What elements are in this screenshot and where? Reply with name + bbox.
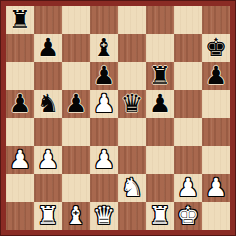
square-d1[interactable]: ♛ <box>90 202 118 230</box>
square-g3[interactable] <box>174 146 202 174</box>
square-c3[interactable] <box>62 146 90 174</box>
square-b2[interactable] <box>34 174 62 202</box>
square-e4[interactable] <box>118 118 146 146</box>
square-g1[interactable]: ♚ <box>174 202 202 230</box>
square-h5[interactable] <box>202 90 230 118</box>
square-c7[interactable] <box>62 34 90 62</box>
square-d5[interactable]: ♟ <box>90 90 118 118</box>
square-a7[interactable] <box>6 34 34 62</box>
square-f2[interactable] <box>146 174 174 202</box>
square-c2[interactable] <box>62 174 90 202</box>
square-d6[interactable]: ♟ <box>90 62 118 90</box>
square-b4[interactable] <box>34 118 62 146</box>
piece-black-pawn-a5[interactable]: ♟ <box>9 90 31 118</box>
square-c4[interactable] <box>62 118 90 146</box>
square-e5[interactable]: ♛ <box>118 90 146 118</box>
piece-white-pawn-b3[interactable]: ♟ <box>37 146 59 174</box>
square-a2[interactable] <box>6 174 34 202</box>
square-a5[interactable]: ♟ <box>6 90 34 118</box>
square-g5[interactable] <box>174 90 202 118</box>
square-f6[interactable]: ♜ <box>146 62 174 90</box>
piece-black-queen-e5[interactable]: ♛ <box>121 90 143 118</box>
piece-black-bishop-d7[interactable]: ♝ <box>93 34 115 62</box>
square-f8[interactable] <box>146 6 174 34</box>
square-d3[interactable]: ♟ <box>90 146 118 174</box>
piece-white-pawn-h2[interactable]: ♟ <box>205 174 227 202</box>
piece-black-pawn-d6[interactable]: ♟ <box>93 62 115 90</box>
piece-black-king-h7[interactable]: ♚ <box>205 34 227 62</box>
chess-board: ♜♟♝♚♟♜♟♟♞♟♟♛♟♟♟♟♞♟♟♜♝♛♜♚ <box>6 6 230 230</box>
piece-white-queen-d1[interactable]: ♛ <box>93 202 115 230</box>
piece-black-rook-f6[interactable]: ♜ <box>149 62 171 90</box>
piece-black-knight-b5[interactable]: ♞ <box>37 90 59 118</box>
piece-white-pawn-a3[interactable]: ♟ <box>9 146 31 174</box>
square-d2[interactable] <box>90 174 118 202</box>
square-b8[interactable] <box>34 6 62 34</box>
square-h2[interactable]: ♟ <box>202 174 230 202</box>
square-a3[interactable]: ♟ <box>6 146 34 174</box>
square-h4[interactable] <box>202 118 230 146</box>
square-g2[interactable]: ♟ <box>174 174 202 202</box>
square-f3[interactable] <box>146 146 174 174</box>
square-c5[interactable]: ♟ <box>62 90 90 118</box>
square-b6[interactable] <box>34 62 62 90</box>
square-h1[interactable] <box>202 202 230 230</box>
square-e7[interactable] <box>118 34 146 62</box>
piece-white-king-g1[interactable]: ♚ <box>177 202 199 230</box>
square-c1[interactable]: ♝ <box>62 202 90 230</box>
square-h3[interactable] <box>202 146 230 174</box>
square-e3[interactable] <box>118 146 146 174</box>
square-e1[interactable] <box>118 202 146 230</box>
square-h7[interactable]: ♚ <box>202 34 230 62</box>
square-d4[interactable] <box>90 118 118 146</box>
piece-white-pawn-g2[interactable]: ♟ <box>177 174 199 202</box>
square-e8[interactable] <box>118 6 146 34</box>
piece-black-pawn-c5[interactable]: ♟ <box>65 90 87 118</box>
square-e2[interactable]: ♞ <box>118 174 146 202</box>
piece-white-pawn-d3[interactable]: ♟ <box>93 146 115 174</box>
square-f5[interactable]: ♟ <box>146 90 174 118</box>
square-g6[interactable] <box>174 62 202 90</box>
square-f7[interactable] <box>146 34 174 62</box>
square-a8[interactable]: ♜ <box>6 6 34 34</box>
square-a1[interactable] <box>6 202 34 230</box>
piece-black-rook-a8[interactable]: ♜ <box>9 6 31 34</box>
square-b7[interactable]: ♟ <box>34 34 62 62</box>
square-a4[interactable] <box>6 118 34 146</box>
board-frame: ♜♟♝♚♟♜♟♟♞♟♟♛♟♟♟♟♞♟♟♜♝♛♜♚ <box>0 0 236 236</box>
square-h6[interactable]: ♟ <box>202 62 230 90</box>
square-d7[interactable]: ♝ <box>90 34 118 62</box>
square-b1[interactable]: ♜ <box>34 202 62 230</box>
square-f1[interactable]: ♜ <box>146 202 174 230</box>
piece-white-pawn-d5[interactable]: ♟ <box>93 90 115 118</box>
piece-white-bishop-c1[interactable]: ♝ <box>65 202 87 230</box>
piece-white-rook-b1[interactable]: ♜ <box>37 202 59 230</box>
square-c8[interactable] <box>62 6 90 34</box>
chess-diagram: ♜♟♝♚♟♜♟♟♞♟♟♛♟♟♟♟♞♟♟♜♝♛♜♚ <box>0 0 236 236</box>
square-e6[interactable] <box>118 62 146 90</box>
piece-black-pawn-f5[interactable]: ♟ <box>149 90 171 118</box>
piece-black-pawn-b7[interactable]: ♟ <box>37 34 59 62</box>
square-b5[interactable]: ♞ <box>34 90 62 118</box>
square-g4[interactable] <box>174 118 202 146</box>
square-g7[interactable] <box>174 34 202 62</box>
piece-white-knight-e2[interactable]: ♞ <box>121 174 143 202</box>
square-d8[interactable] <box>90 6 118 34</box>
square-c6[interactable] <box>62 62 90 90</box>
square-b3[interactable]: ♟ <box>34 146 62 174</box>
piece-white-rook-f1[interactable]: ♜ <box>149 202 171 230</box>
square-g8[interactable] <box>174 6 202 34</box>
square-f4[interactable] <box>146 118 174 146</box>
square-a6[interactable] <box>6 62 34 90</box>
piece-black-pawn-h6[interactable]: ♟ <box>205 62 227 90</box>
square-h8[interactable] <box>202 6 230 34</box>
